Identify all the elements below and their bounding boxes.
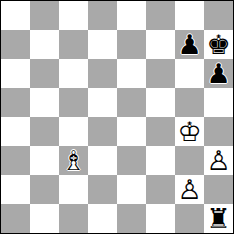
- square-e6[interactable]: [117, 59, 146, 88]
- square-d6[interactable]: [88, 59, 117, 88]
- white-pawn: ♟♙: [175, 175, 204, 204]
- white-bishop: ♝♗: [59, 146, 88, 175]
- square-b2[interactable]: [30, 175, 59, 204]
- square-f4[interactable]: [146, 117, 175, 146]
- square-e5[interactable]: [117, 88, 146, 117]
- square-b5[interactable]: [30, 88, 59, 117]
- square-h7[interactable]: ♚: [204, 30, 233, 59]
- square-a1[interactable]: [1, 204, 30, 233]
- square-b6[interactable]: [30, 59, 59, 88]
- square-d7[interactable]: [88, 30, 117, 59]
- square-h8[interactable]: [204, 1, 233, 30]
- square-g5[interactable]: [175, 88, 204, 117]
- white-bishop-outline: ♗: [59, 146, 88, 175]
- square-c5[interactable]: [59, 88, 88, 117]
- black-pawn: ♟: [175, 30, 204, 59]
- square-d3[interactable]: [88, 146, 117, 175]
- square-a8[interactable]: [1, 1, 30, 30]
- square-h2[interactable]: [204, 175, 233, 204]
- square-e2[interactable]: [117, 175, 146, 204]
- square-e1[interactable]: [117, 204, 146, 233]
- square-a3[interactable]: [1, 146, 30, 175]
- square-e4[interactable]: [117, 117, 146, 146]
- black-pawn: ♟: [204, 59, 233, 88]
- square-b1[interactable]: [30, 204, 59, 233]
- square-a2[interactable]: [1, 175, 30, 204]
- square-d2[interactable]: [88, 175, 117, 204]
- square-c4[interactable]: [59, 117, 88, 146]
- square-d5[interactable]: [88, 88, 117, 117]
- square-c6[interactable]: [59, 59, 88, 88]
- white-pawn-outline: ♙: [204, 146, 233, 175]
- black-rook: ♜: [204, 204, 233, 233]
- square-h5[interactable]: [204, 88, 233, 117]
- square-f5[interactable]: [146, 88, 175, 117]
- black-king: ♚: [204, 30, 233, 59]
- square-f6[interactable]: [146, 59, 175, 88]
- square-c3[interactable]: ♝♗: [59, 146, 88, 175]
- square-h1[interactable]: ♜: [204, 204, 233, 233]
- square-c8[interactable]: [59, 1, 88, 30]
- square-e7[interactable]: [117, 30, 146, 59]
- square-a7[interactable]: [1, 30, 30, 59]
- square-f1[interactable]: [146, 204, 175, 233]
- white-king-outline: ♔: [175, 117, 204, 146]
- square-g1[interactable]: [175, 204, 204, 233]
- square-e8[interactable]: [117, 1, 146, 30]
- square-f7[interactable]: [146, 30, 175, 59]
- square-g6[interactable]: [175, 59, 204, 88]
- square-d8[interactable]: [88, 1, 117, 30]
- white-pawn: ♟♙: [204, 146, 233, 175]
- square-d1[interactable]: [88, 204, 117, 233]
- square-c2[interactable]: [59, 175, 88, 204]
- white-pawn-outline: ♙: [175, 175, 204, 204]
- square-g4[interactable]: ♚♔: [175, 117, 204, 146]
- square-b3[interactable]: [30, 146, 59, 175]
- chess-board: ♟♚♟♚♔♝♗♟♙♟♙♜: [0, 0, 234, 234]
- square-g3[interactable]: [175, 146, 204, 175]
- square-h4[interactable]: [204, 117, 233, 146]
- square-d4[interactable]: [88, 117, 117, 146]
- square-c1[interactable]: [59, 204, 88, 233]
- square-e3[interactable]: [117, 146, 146, 175]
- square-b7[interactable]: [30, 30, 59, 59]
- square-h6[interactable]: ♟: [204, 59, 233, 88]
- square-g8[interactable]: [175, 1, 204, 30]
- square-g2[interactable]: ♟♙: [175, 175, 204, 204]
- square-g7[interactable]: ♟: [175, 30, 204, 59]
- square-a6[interactable]: [1, 59, 30, 88]
- square-f8[interactable]: [146, 1, 175, 30]
- square-b4[interactable]: [30, 117, 59, 146]
- square-a4[interactable]: [1, 117, 30, 146]
- square-h3[interactable]: ♟♙: [204, 146, 233, 175]
- square-c7[interactable]: [59, 30, 88, 59]
- square-b8[interactable]: [30, 1, 59, 30]
- square-f2[interactable]: [146, 175, 175, 204]
- square-f3[interactable]: [146, 146, 175, 175]
- square-a5[interactable]: [1, 88, 30, 117]
- white-king: ♚♔: [175, 117, 204, 146]
